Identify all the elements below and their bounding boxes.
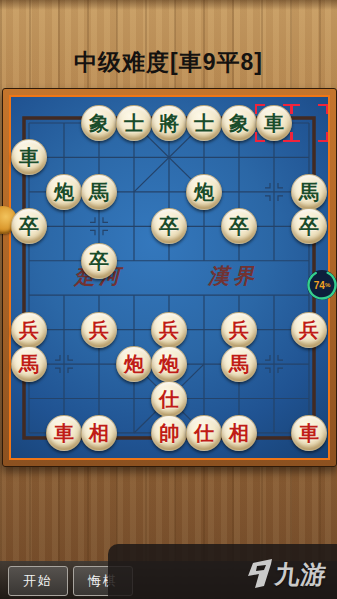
page-title: 中级难度[車9平8]	[0, 47, 337, 78]
top-vignette	[0, 0, 337, 10]
red-piece-馬[interactable]: 馬	[11, 346, 47, 382]
black-piece-車[interactable]: 車	[11, 139, 47, 175]
9game-brand-text: 九游	[273, 558, 328, 591]
black-piece-卒[interactable]: 卒	[221, 208, 257, 244]
red-piece-炮[interactable]: 炮	[151, 346, 187, 382]
red-piece-相[interactable]: 相	[221, 415, 257, 451]
red-piece-相[interactable]: 相	[81, 415, 117, 451]
black-piece-車[interactable]: 車	[256, 105, 292, 141]
red-piece-兵[interactable]: 兵	[221, 312, 257, 348]
xiangqi-app-screen: 中级难度[車9平8] 楚河 漢界 象士將士象車車炮馬炮馬卒卒卒卒卒兵兵兵兵兵馬炮…	[0, 0, 337, 599]
black-piece-士[interactable]: 士	[116, 105, 152, 141]
pieces-grid: 象士將士象車車炮馬炮馬卒卒卒卒卒兵兵兵兵兵馬炮炮馬仕車相帥仕相車	[12, 106, 327, 451]
9game-logo: 九游	[243, 557, 327, 591]
black-piece-士[interactable]: 士	[186, 105, 222, 141]
timer-value: 74%	[305, 268, 337, 302]
last-move-from-marker	[290, 104, 328, 142]
board-play-area[interactable]: 楚河 漢界 象士將士象車車炮馬炮馬卒卒卒卒卒兵兵兵兵兵馬炮炮馬仕車相帥仕相車 7…	[9, 95, 330, 460]
black-piece-馬[interactable]: 馬	[291, 174, 327, 210]
black-piece-卒[interactable]: 卒	[151, 208, 187, 244]
xiangqi-board: 楚河 漢界 象士將士象車車炮馬炮馬卒卒卒卒卒兵兵兵兵兵馬炮炮馬仕車相帥仕相車 7…	[2, 88, 337, 467]
black-piece-卒[interactable]: 卒	[291, 208, 327, 244]
black-piece-炮[interactable]: 炮	[186, 174, 222, 210]
black-piece-象[interactable]: 象	[81, 105, 117, 141]
red-piece-仕[interactable]: 仕	[186, 415, 222, 451]
red-piece-帥[interactable]: 帥	[151, 415, 187, 451]
red-piece-兵[interactable]: 兵	[291, 312, 327, 348]
red-piece-車[interactable]: 車	[291, 415, 327, 451]
red-piece-車[interactable]: 車	[46, 415, 82, 451]
start-button[interactable]: 开始	[8, 566, 68, 596]
black-piece-卒[interactable]: 卒	[81, 243, 117, 279]
red-piece-兵[interactable]: 兵	[11, 312, 47, 348]
timer-badge: 74%	[305, 268, 337, 302]
red-piece-馬[interactable]: 馬	[221, 346, 257, 382]
red-piece-炮[interactable]: 炮	[116, 346, 152, 382]
9game-icon	[243, 557, 275, 591]
black-piece-馬[interactable]: 馬	[81, 174, 117, 210]
black-piece-卒[interactable]: 卒	[11, 208, 47, 244]
red-piece-兵[interactable]: 兵	[151, 312, 187, 348]
red-piece-仕[interactable]: 仕	[151, 381, 187, 417]
black-piece-將[interactable]: 將	[151, 105, 187, 141]
black-piece-象[interactable]: 象	[221, 105, 257, 141]
black-piece-炮[interactable]: 炮	[46, 174, 82, 210]
red-piece-兵[interactable]: 兵	[81, 312, 117, 348]
